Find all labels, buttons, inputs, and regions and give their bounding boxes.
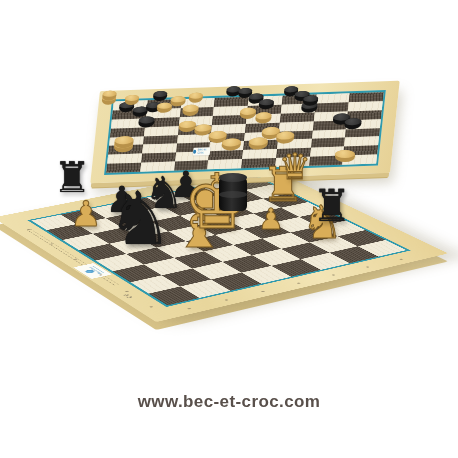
product-photo-canvas: CE Bec et Croc Bec et Croc ♜♟♟♞♞♟♝♚♟♜♛♞♜… — [0, 0, 458, 458]
frame-pin — [296, 282, 300, 284]
frame-pin — [399, 258, 403, 260]
checkers-playing-area — [104, 90, 386, 175]
frame-pin — [261, 291, 265, 293]
checkers-square — [275, 157, 310, 167]
brand-name: Bec et Croc — [197, 148, 210, 154]
checkers-square — [241, 158, 276, 168]
checkers-square — [309, 156, 344, 166]
black-rook: ♜ — [53, 157, 91, 199]
chess-board: CE Bec et Croc — [0, 165, 448, 322]
frame-pin — [224, 299, 229, 301]
frame-pin — [365, 266, 369, 268]
watermark-url: www.bec-et-croc.com — [0, 392, 458, 412]
brand-label-small: Bec et Croc — [193, 147, 211, 156]
checkers-pieces-layer — [100, 81, 400, 91]
checkers-square — [140, 162, 175, 172]
ce-mark: CE — [121, 293, 134, 298]
checkers-square — [207, 159, 242, 169]
frame-pin — [331, 274, 335, 276]
frame-pin — [149, 306, 154, 308]
checkers-square — [106, 163, 141, 173]
checkers-board: Bec et Croc — [90, 81, 400, 184]
frame-pin — [125, 291, 129, 293]
checkers-square — [342, 155, 377, 165]
frame-pin — [187, 308, 192, 310]
chess-playing-area — [27, 175, 410, 307]
brand-globe-icon — [193, 150, 197, 154]
checkers-square — [174, 160, 209, 170]
